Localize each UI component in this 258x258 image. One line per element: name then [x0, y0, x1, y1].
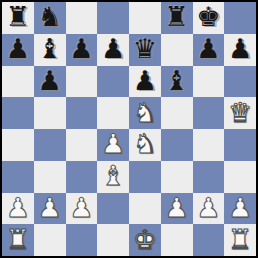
square-h4[interactable] [224, 129, 256, 161]
white-queen-piece[interactable]: ♛ [228, 99, 252, 126]
square-a7[interactable]: ♟ [2, 34, 34, 66]
square-c1[interactable] [66, 224, 98, 256]
square-f4[interactable] [161, 129, 193, 161]
square-f2[interactable]: ♟ [161, 193, 193, 225]
black-pawn-piece[interactable]: ♟ [228, 35, 252, 62]
square-b8[interactable]: ♞ [34, 2, 66, 34]
square-b6[interactable]: ♟ [34, 66, 66, 98]
white-pawn-piece[interactable]: ♟ [165, 194, 189, 221]
black-pawn-piece[interactable]: ♟ [101, 35, 125, 62]
square-a4[interactable] [2, 129, 34, 161]
square-c3[interactable] [66, 161, 98, 193]
square-d3[interactable]: ♝ [97, 161, 129, 193]
chess-board: ♜♞♜♚♟♝♟♟♛♟♟♟♟♝♞♛♟♞♝♟♟♟♟♟♟♜♚♜ [0, 0, 258, 258]
square-g2[interactable]: ♟ [193, 193, 225, 225]
square-d4[interactable]: ♟ [97, 129, 129, 161]
black-rook-piece[interactable]: ♜ [6, 3, 30, 30]
black-king-piece[interactable]: ♚ [196, 3, 220, 30]
square-c8[interactable] [66, 2, 98, 34]
square-g8[interactable]: ♚ [193, 2, 225, 34]
square-c6[interactable] [66, 66, 98, 98]
black-bishop-piece[interactable]: ♝ [38, 35, 62, 62]
white-king-piece[interactable]: ♚ [133, 226, 157, 253]
square-b1[interactable] [34, 224, 66, 256]
square-a8[interactable]: ♜ [2, 2, 34, 34]
square-d6[interactable] [97, 66, 129, 98]
square-g3[interactable] [193, 161, 225, 193]
square-b5[interactable] [34, 97, 66, 129]
square-c5[interactable] [66, 97, 98, 129]
square-d8[interactable] [97, 2, 129, 34]
square-g4[interactable] [193, 129, 225, 161]
square-h8[interactable] [224, 2, 256, 34]
square-h2[interactable]: ♟ [224, 193, 256, 225]
white-pawn-piece[interactable]: ♟ [196, 194, 220, 221]
square-e1[interactable]: ♚ [129, 224, 161, 256]
square-h3[interactable] [224, 161, 256, 193]
square-h7[interactable]: ♟ [224, 34, 256, 66]
white-knight-piece[interactable]: ♞ [133, 99, 157, 126]
square-b7[interactable]: ♝ [34, 34, 66, 66]
square-c4[interactable] [66, 129, 98, 161]
black-queen-piece[interactable]: ♛ [133, 35, 157, 62]
square-d1[interactable] [97, 224, 129, 256]
square-h6[interactable] [224, 66, 256, 98]
white-pawn-piece[interactable]: ♟ [101, 130, 125, 157]
square-e5[interactable]: ♞ [129, 97, 161, 129]
square-h5[interactable]: ♛ [224, 97, 256, 129]
black-pawn-piece[interactable]: ♟ [133, 67, 157, 94]
square-g7[interactable]: ♟ [193, 34, 225, 66]
black-bishop-piece[interactable]: ♝ [165, 67, 189, 94]
square-a5[interactable] [2, 97, 34, 129]
square-g1[interactable] [193, 224, 225, 256]
black-pawn-piece[interactable]: ♟ [6, 35, 30, 62]
square-a3[interactable] [2, 161, 34, 193]
square-f6[interactable]: ♝ [161, 66, 193, 98]
square-d2[interactable] [97, 193, 129, 225]
square-h1[interactable]: ♜ [224, 224, 256, 256]
square-b3[interactable] [34, 161, 66, 193]
square-f3[interactable] [161, 161, 193, 193]
square-b4[interactable] [34, 129, 66, 161]
square-f8[interactable]: ♜ [161, 2, 193, 34]
square-e8[interactable] [129, 2, 161, 34]
square-b2[interactable]: ♟ [34, 193, 66, 225]
square-d7[interactable]: ♟ [97, 34, 129, 66]
square-a6[interactable] [2, 66, 34, 98]
square-e4[interactable]: ♞ [129, 129, 161, 161]
square-d5[interactable] [97, 97, 129, 129]
square-e3[interactable] [129, 161, 161, 193]
square-e2[interactable] [129, 193, 161, 225]
white-pawn-piece[interactable]: ♟ [228, 194, 252, 221]
black-pawn-piece[interactable]: ♟ [38, 67, 62, 94]
square-c2[interactable]: ♟ [66, 193, 98, 225]
black-pawn-piece[interactable]: ♟ [196, 35, 220, 62]
square-g5[interactable] [193, 97, 225, 129]
black-pawn-piece[interactable]: ♟ [69, 35, 93, 62]
square-f7[interactable] [161, 34, 193, 66]
square-a1[interactable]: ♜ [2, 224, 34, 256]
white-pawn-piece[interactable]: ♟ [6, 194, 30, 221]
white-bishop-piece[interactable]: ♝ [101, 162, 125, 189]
square-c7[interactable]: ♟ [66, 34, 98, 66]
chess-board-frame: ♜♞♜♚♟♝♟♟♛♟♟♟♟♝♞♛♟♞♝♟♟♟♟♟♟♜♚♜ [0, 0, 258, 258]
square-f1[interactable] [161, 224, 193, 256]
black-rook-piece[interactable]: ♜ [165, 3, 189, 30]
white-rook-piece[interactable]: ♜ [228, 226, 252, 253]
square-g6[interactable] [193, 66, 225, 98]
square-e7[interactable]: ♛ [129, 34, 161, 66]
square-e6[interactable]: ♟ [129, 66, 161, 98]
white-knight-piece[interactable]: ♞ [133, 130, 157, 157]
white-pawn-piece[interactable]: ♟ [69, 194, 93, 221]
white-rook-piece[interactable]: ♜ [6, 226, 30, 253]
white-pawn-piece[interactable]: ♟ [38, 194, 62, 221]
square-a2[interactable]: ♟ [2, 193, 34, 225]
black-knight-piece[interactable]: ♞ [38, 3, 62, 30]
square-f5[interactable] [161, 97, 193, 129]
